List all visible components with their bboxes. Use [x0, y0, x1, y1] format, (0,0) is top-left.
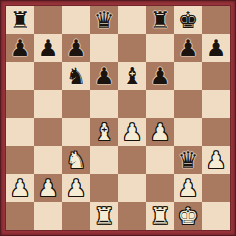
square-c4[interactable]: [62, 118, 90, 146]
white-pawn-c2[interactable]: ♟: [62, 174, 90, 202]
square-c5[interactable]: [62, 90, 90, 118]
white-knight-c3[interactable]: ♞: [62, 146, 90, 174]
square-g4[interactable]: [174, 118, 202, 146]
square-g1[interactable]: ♚: [174, 202, 202, 230]
square-e6[interactable]: ♝: [118, 62, 146, 90]
square-h5[interactable]: [202, 90, 230, 118]
square-d2[interactable]: [90, 174, 118, 202]
square-a4[interactable]: [6, 118, 34, 146]
square-h7[interactable]: ♟: [202, 34, 230, 62]
square-b6[interactable]: [34, 62, 62, 90]
square-h1[interactable]: [202, 202, 230, 230]
square-g8[interactable]: ♚: [174, 6, 202, 34]
square-f2[interactable]: [146, 174, 174, 202]
square-e5[interactable]: [118, 90, 146, 118]
black-king-g8[interactable]: ♚: [174, 6, 202, 34]
square-b4[interactable]: [34, 118, 62, 146]
square-h8[interactable]: [202, 6, 230, 34]
square-g6[interactable]: [174, 62, 202, 90]
square-h3[interactable]: ♟: [202, 146, 230, 174]
square-f8[interactable]: ♜: [146, 6, 174, 34]
black-queen-d8[interactable]: ♛: [90, 6, 118, 34]
square-d1[interactable]: ♜: [90, 202, 118, 230]
square-e8[interactable]: [118, 6, 146, 34]
square-a3[interactable]: [6, 146, 34, 174]
square-b2[interactable]: ♟: [34, 174, 62, 202]
white-rook-f1[interactable]: ♜: [146, 202, 174, 230]
square-b8[interactable]: [34, 6, 62, 34]
square-f3[interactable]: [146, 146, 174, 174]
square-d5[interactable]: [90, 90, 118, 118]
square-a6[interactable]: [6, 62, 34, 90]
chess-board[interactable]: ♜♛♜♚♟♟♟♟♟♞♟♝♟♝♟♟♞♛♟♟♟♟♟♜♜♚: [6, 6, 230, 230]
square-g5[interactable]: [174, 90, 202, 118]
square-c2[interactable]: ♟: [62, 174, 90, 202]
square-b1[interactable]: [34, 202, 62, 230]
white-pawn-b2[interactable]: ♟: [34, 174, 62, 202]
square-d4[interactable]: ♝: [90, 118, 118, 146]
white-bishop-d4[interactable]: ♝: [90, 118, 118, 146]
black-knight-c6[interactable]: ♞: [62, 62, 90, 90]
square-g2[interactable]: ♟: [174, 174, 202, 202]
square-b3[interactable]: [34, 146, 62, 174]
square-d7[interactable]: [90, 34, 118, 62]
square-h2[interactable]: [202, 174, 230, 202]
square-c8[interactable]: [62, 6, 90, 34]
square-a1[interactable]: [6, 202, 34, 230]
black-pawn-g7[interactable]: ♟: [174, 34, 202, 62]
black-pawn-d6[interactable]: ♟: [90, 62, 118, 90]
square-f5[interactable]: [146, 90, 174, 118]
black-pawn-f6[interactable]: ♟: [146, 62, 174, 90]
chess-app: ♜♛♜♚♟♟♟♟♟♞♟♝♟♝♟♟♞♛♟♟♟♟♟♜♜♚: [0, 0, 236, 236]
square-f7[interactable]: [146, 34, 174, 62]
square-h6[interactable]: [202, 62, 230, 90]
square-h4[interactable]: [202, 118, 230, 146]
black-rook-a8[interactable]: ♜: [6, 6, 34, 34]
square-e4[interactable]: ♟: [118, 118, 146, 146]
black-pawn-c7[interactable]: ♟: [62, 34, 90, 62]
square-d8[interactable]: ♛: [90, 6, 118, 34]
white-pawn-f4[interactable]: ♟: [146, 118, 174, 146]
square-f1[interactable]: ♜: [146, 202, 174, 230]
square-e3[interactable]: [118, 146, 146, 174]
square-d6[interactable]: ♟: [90, 62, 118, 90]
square-a2[interactable]: ♟: [6, 174, 34, 202]
black-pawn-h7[interactable]: ♟: [202, 34, 230, 62]
square-c3[interactable]: ♞: [62, 146, 90, 174]
square-e7[interactable]: [118, 34, 146, 62]
square-b5[interactable]: [34, 90, 62, 118]
square-e2[interactable]: [118, 174, 146, 202]
board-frame: ♜♛♜♚♟♟♟♟♟♞♟♝♟♝♟♟♞♛♟♟♟♟♟♜♜♚: [0, 0, 236, 236]
white-pawn-g2[interactable]: ♟: [174, 174, 202, 202]
square-c1[interactable]: [62, 202, 90, 230]
black-rook-f8[interactable]: ♜: [146, 6, 174, 34]
square-c7[interactable]: ♟: [62, 34, 90, 62]
white-rook-d1[interactable]: ♜: [90, 202, 118, 230]
black-queen-g3[interactable]: ♛: [174, 146, 202, 174]
black-pawn-b7[interactable]: ♟: [34, 34, 62, 62]
white-pawn-e4[interactable]: ♟: [118, 118, 146, 146]
white-king-g1[interactable]: ♚: [174, 202, 202, 230]
white-pawn-a2[interactable]: ♟: [6, 174, 34, 202]
white-pawn-h3[interactable]: ♟: [202, 146, 230, 174]
square-e1[interactable]: [118, 202, 146, 230]
square-a7[interactable]: ♟: [6, 34, 34, 62]
square-a8[interactable]: ♜: [6, 6, 34, 34]
square-g7[interactable]: ♟: [174, 34, 202, 62]
black-pawn-a7[interactable]: ♟: [6, 34, 34, 62]
square-c6[interactable]: ♞: [62, 62, 90, 90]
square-f4[interactable]: ♟: [146, 118, 174, 146]
square-f6[interactable]: ♟: [146, 62, 174, 90]
square-d3[interactable]: [90, 146, 118, 174]
square-b7[interactable]: ♟: [34, 34, 62, 62]
square-g3[interactable]: ♛: [174, 146, 202, 174]
square-a5[interactable]: [6, 90, 34, 118]
black-bishop-e6[interactable]: ♝: [118, 62, 146, 90]
